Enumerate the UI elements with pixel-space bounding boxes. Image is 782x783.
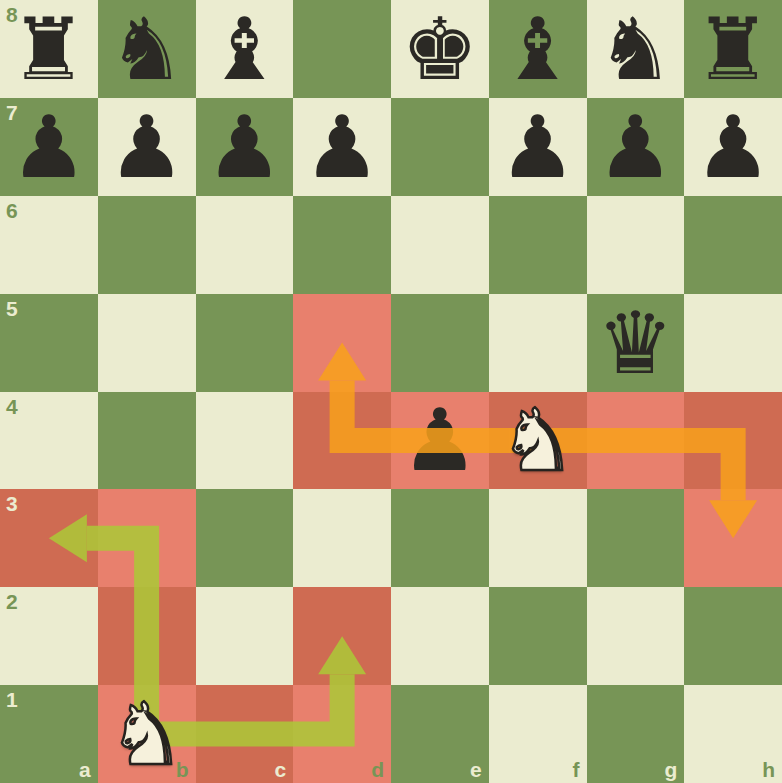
square-g1[interactable]: g <box>587 685 685 783</box>
square-h2[interactable] <box>684 587 782 685</box>
square-b7[interactable]: ♟ <box>98 98 196 196</box>
square-h4[interactable] <box>684 392 782 490</box>
square-a5[interactable]: 5 <box>0 294 98 392</box>
square-a6[interactable]: 6 <box>0 196 98 294</box>
square-f2[interactable] <box>489 587 587 685</box>
square-b2[interactable] <box>98 587 196 685</box>
file-label-f: f <box>573 759 580 780</box>
square-b6[interactable] <box>98 196 196 294</box>
black-king-piece-e8[interactable]: ♚ <box>401 6 478 92</box>
square-e3[interactable] <box>391 489 489 587</box>
square-a7[interactable]: 7♟ <box>0 98 98 196</box>
black-bishop-piece-c8[interactable]: ♝ <box>206 6 283 92</box>
square-d8[interactable] <box>293 0 391 98</box>
square-g5[interactable]: ♛ <box>587 294 685 392</box>
black-knight-piece-b8[interactable]: ♞ <box>108 6 185 92</box>
black-bishop-piece-f8[interactable]: ♝ <box>499 6 576 92</box>
black-pawn-piece-c7[interactable]: ♟ <box>206 104 283 190</box>
square-f6[interactable] <box>489 196 587 294</box>
square-c7[interactable]: ♟ <box>196 98 294 196</box>
square-g4[interactable] <box>587 392 685 490</box>
square-f3[interactable] <box>489 489 587 587</box>
rank-label-6: 6 <box>6 200 18 221</box>
square-c5[interactable] <box>196 294 294 392</box>
black-queen-piece-g5[interactable]: ♛ <box>597 300 674 386</box>
black-pawn-piece-e4[interactable]: ♟ <box>401 397 478 483</box>
square-e1[interactable]: e <box>391 685 489 783</box>
square-a2[interactable]: 2 <box>0 587 98 685</box>
file-label-a: a <box>79 759 91 780</box>
black-rook-piece-a8[interactable]: ♜ <box>10 6 87 92</box>
rank-label-1: 1 <box>6 689 18 710</box>
square-d2[interactable] <box>293 587 391 685</box>
square-b4[interactable] <box>98 392 196 490</box>
square-a3[interactable]: 3 <box>0 489 98 587</box>
square-a4[interactable]: 4 <box>0 392 98 490</box>
square-f8[interactable]: ♝ <box>489 0 587 98</box>
square-e2[interactable] <box>391 587 489 685</box>
white-knight-piece-b1[interactable]: ♞ <box>108 691 185 777</box>
file-label-g: g <box>664 759 677 780</box>
square-h1[interactable]: h <box>684 685 782 783</box>
black-pawn-piece-h7[interactable]: ♟ <box>695 104 772 190</box>
black-knight-piece-g8[interactable]: ♞ <box>597 6 674 92</box>
square-h6[interactable] <box>684 196 782 294</box>
square-g3[interactable] <box>587 489 685 587</box>
square-d4[interactable] <box>293 392 391 490</box>
square-e5[interactable] <box>391 294 489 392</box>
square-d5[interactable] <box>293 294 391 392</box>
file-label-c: c <box>275 759 287 780</box>
square-d3[interactable] <box>293 489 391 587</box>
square-d1[interactable]: d <box>293 685 391 783</box>
square-b8[interactable]: ♞ <box>98 0 196 98</box>
black-pawn-piece-g7[interactable]: ♟ <box>597 104 674 190</box>
square-c4[interactable] <box>196 392 294 490</box>
black-pawn-piece-d7[interactable]: ♟ <box>304 104 381 190</box>
square-e6[interactable] <box>391 196 489 294</box>
black-pawn-piece-f7[interactable]: ♟ <box>499 104 576 190</box>
square-c3[interactable] <box>196 489 294 587</box>
square-a8[interactable]: 8♜ <box>0 0 98 98</box>
rank-label-3: 3 <box>6 493 18 514</box>
square-h8[interactable]: ♜ <box>684 0 782 98</box>
square-e4[interactable]: ♟ <box>391 392 489 490</box>
square-f1[interactable]: f <box>489 685 587 783</box>
file-label-h: h <box>762 759 775 780</box>
square-g7[interactable]: ♟ <box>587 98 685 196</box>
square-c1[interactable]: c <box>196 685 294 783</box>
rank-label-2: 2 <box>6 591 18 612</box>
rank-label-5: 5 <box>6 298 18 319</box>
black-pawn-piece-b7[interactable]: ♟ <box>108 104 185 190</box>
square-g6[interactable] <box>587 196 685 294</box>
file-label-d: d <box>371 759 384 780</box>
square-h5[interactable] <box>684 294 782 392</box>
rank-label-4: 4 <box>6 396 18 417</box>
square-e7[interactable] <box>391 98 489 196</box>
chess-board: 8♜♞♝♚♝♞♜7♟♟♟♟♟♟♟65♛4♟♞321ab♞cdefgh <box>0 0 782 783</box>
square-b1[interactable]: b♞ <box>98 685 196 783</box>
square-d6[interactable] <box>293 196 391 294</box>
square-h7[interactable]: ♟ <box>684 98 782 196</box>
square-a1[interactable]: 1a <box>0 685 98 783</box>
white-knight-piece-f4[interactable]: ♞ <box>499 397 576 483</box>
black-pawn-piece-a7[interactable]: ♟ <box>10 104 87 190</box>
square-c8[interactable]: ♝ <box>196 0 294 98</box>
square-b3[interactable] <box>98 489 196 587</box>
square-f5[interactable] <box>489 294 587 392</box>
square-d7[interactable]: ♟ <box>293 98 391 196</box>
square-f7[interactable]: ♟ <box>489 98 587 196</box>
square-e8[interactable]: ♚ <box>391 0 489 98</box>
square-f4[interactable]: ♞ <box>489 392 587 490</box>
file-label-e: e <box>470 759 482 780</box>
square-g8[interactable]: ♞ <box>587 0 685 98</box>
square-c2[interactable] <box>196 587 294 685</box>
square-c6[interactable] <box>196 196 294 294</box>
square-h3[interactable] <box>684 489 782 587</box>
square-b5[interactable] <box>98 294 196 392</box>
black-rook-piece-h8[interactable]: ♜ <box>695 6 772 92</box>
square-g2[interactable] <box>587 587 685 685</box>
